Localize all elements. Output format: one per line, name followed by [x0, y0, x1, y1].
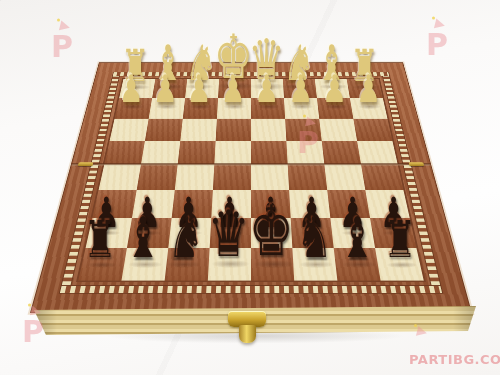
- square-r3c4: [251, 141, 288, 165]
- square-r4c2: [175, 165, 215, 191]
- spark-dot-icon: [303, 115, 306, 118]
- square-r4c6: [324, 165, 365, 191]
- piece-light-pawn: ♟: [322, 70, 347, 108]
- brass-clasp-tongue: [239, 325, 256, 343]
- square-r4c4: [251, 165, 289, 191]
- piece-light-pawn: ♟: [187, 70, 212, 108]
- watermark-logo: P: [297, 125, 319, 160]
- square-r4c7: [361, 165, 403, 191]
- piece-light-pawn: ♟: [119, 70, 144, 108]
- piece-dark-rook: ♜: [383, 215, 416, 266]
- square-r3c2: [178, 141, 216, 165]
- square-r2c1: [145, 119, 183, 141]
- watermark-logo: P: [22, 314, 44, 349]
- square-r2c2: [180, 119, 217, 141]
- square-r3c0: [104, 141, 145, 165]
- piece-dark-knight: ♞: [168, 210, 204, 266]
- product-photo: ♜♝♞♚♛♞♝♜♟♟♟♟♟♟♟♟♟♟♟♟♟♟♟♟♜♝♞♛♚♞♝♜ PPPP PA…: [0, 0, 500, 375]
- square-r2c3: [216, 119, 251, 141]
- spark-dot-icon: [28, 304, 31, 307]
- piece-light-pawn: ♟: [153, 70, 178, 108]
- square-r3c3: [214, 141, 251, 165]
- spark-dot-icon: [57, 19, 60, 22]
- spark-dot-icon: [414, 324, 417, 327]
- spark-dot-icon: [432, 17, 435, 20]
- hinge-left-icon: [78, 162, 94, 166]
- watermark-logo: P: [426, 27, 448, 62]
- mosaic-border-bottom: [59, 285, 444, 294]
- piece-dark-bishop: ♝: [339, 210, 375, 266]
- piece-dark-king: ♚: [249, 196, 294, 265]
- piece-dark-knight: ♞: [296, 210, 332, 266]
- square-r3c6: [322, 141, 361, 165]
- fold-seam: [71, 163, 430, 165]
- square-r2c4: [251, 119, 286, 141]
- square-r4c0: [99, 165, 141, 191]
- watermark-p-letter: P: [426, 27, 448, 62]
- watermark-p-letter: P: [22, 314, 44, 349]
- watermark-logo: P: [51, 29, 73, 64]
- piece-dark-queen: ♛: [208, 202, 250, 266]
- square-r2c7: [353, 119, 392, 141]
- watermark-p-letter: P: [297, 125, 319, 160]
- piece-light-pawn: ♟: [356, 70, 381, 108]
- piece-light-pawn: ♟: [221, 70, 246, 108]
- watermark-site-text: PARTIBG.COM: [409, 352, 500, 367]
- square-r2c0: [110, 119, 149, 141]
- square-r3c7: [357, 141, 398, 165]
- square-r4c3: [213, 165, 251, 191]
- piece-light-pawn: ♟: [255, 70, 280, 108]
- square-r3c1: [141, 141, 180, 165]
- piece-dark-rook: ♜: [84, 215, 117, 266]
- piece-dark-bishop: ♝: [125, 210, 161, 266]
- hinge-right-icon: [409, 162, 425, 166]
- square-r4c1: [137, 165, 178, 191]
- watermark-p-letter: P: [51, 29, 73, 64]
- piece-light-pawn: ♟: [288, 70, 313, 108]
- square-r4c5: [288, 165, 328, 191]
- square-r2c6: [319, 119, 357, 141]
